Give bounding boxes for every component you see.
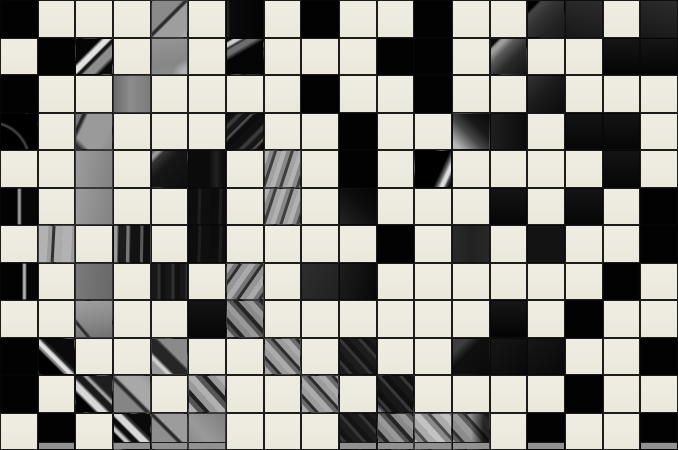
revealed-photo-cell-r11-c3 bbox=[113, 413, 151, 450]
covered-tile-r10-c11[interactable] bbox=[414, 375, 452, 413]
covered-tile-r7-c10[interactable] bbox=[377, 263, 415, 301]
covered-tile-r2-c5[interactable] bbox=[188, 75, 226, 113]
covered-tile-r5-c4[interactable] bbox=[151, 188, 189, 226]
revealed-photo-cell-r10-c0 bbox=[0, 375, 38, 413]
covered-tile-r11-c2[interactable] bbox=[75, 413, 113, 450]
revealed-photo-cell-r4-c4 bbox=[151, 150, 189, 188]
revealed-photo-cell-r10-c8 bbox=[301, 375, 339, 413]
revealed-photo-cell-r5-c0 bbox=[0, 188, 38, 226]
revealed-photo-cell-r1-c1 bbox=[38, 38, 76, 76]
revealed-photo-cell-r3-c13 bbox=[490, 113, 528, 151]
covered-tile-r9-c11[interactable] bbox=[414, 338, 452, 376]
covered-tile-r9-c2[interactable] bbox=[75, 338, 113, 376]
covered-tile-r0-c10[interactable] bbox=[377, 0, 415, 38]
revealed-photo-cell-r11-c9 bbox=[339, 413, 377, 450]
revealed-photo-cell-r9-c0 bbox=[0, 338, 38, 376]
revealed-photo-cell-r5-c13 bbox=[490, 188, 528, 226]
revealed-photo-cell-r10-c2 bbox=[75, 375, 113, 413]
covered-tile-r0-c7[interactable] bbox=[264, 0, 302, 38]
puzzle-stage bbox=[0, 0, 678, 450]
covered-tile-r11-c15[interactable] bbox=[565, 413, 603, 450]
revealed-photo-cell-r3-c6 bbox=[226, 113, 264, 151]
covered-tile-r10-c13[interactable] bbox=[490, 375, 528, 413]
revealed-photo-cell-r10-c3 bbox=[113, 375, 151, 413]
covered-tile-r4-c17[interactable] bbox=[640, 150, 678, 188]
covered-tile-r3-c17[interactable] bbox=[640, 113, 678, 151]
covered-tile-r6-c16[interactable] bbox=[603, 225, 641, 263]
revealed-photo-cell-r7-c8 bbox=[301, 263, 339, 301]
covered-tile-r2-c16[interactable] bbox=[603, 75, 641, 113]
covered-tile-r8-c12[interactable] bbox=[452, 300, 490, 338]
covered-tile-r0-c5[interactable] bbox=[188, 0, 226, 38]
covered-tile-r7-c12[interactable] bbox=[452, 263, 490, 301]
covered-tile-r3-c1[interactable] bbox=[38, 113, 76, 151]
covered-tile-r3-c8[interactable] bbox=[301, 113, 339, 151]
revealed-photo-cell-r6-c17 bbox=[640, 225, 678, 263]
revealed-photo-cell-r6-c5 bbox=[188, 225, 226, 263]
revealed-photo-cell-r5-c2 bbox=[75, 188, 113, 226]
revealed-photo-cell-r11-c12 bbox=[452, 413, 490, 450]
revealed-photo-cell-r5-c15 bbox=[565, 188, 603, 226]
covered-tile-r9-c10[interactable] bbox=[377, 338, 415, 376]
revealed-photo-cell-r0-c8 bbox=[301, 0, 339, 38]
revealed-photo-cell-r6-c10 bbox=[377, 225, 415, 263]
covered-tile-r6-c4[interactable] bbox=[151, 225, 189, 263]
revealed-photo-cell-r2-c3 bbox=[113, 75, 151, 113]
covered-tile-r10-c16[interactable] bbox=[603, 375, 641, 413]
covered-tile-r8-c9[interactable] bbox=[339, 300, 377, 338]
covered-tile-r6-c8[interactable] bbox=[301, 225, 339, 263]
revealed-photo-cell-r11-c17 bbox=[640, 413, 678, 450]
revealed-photo-cell-r8-c6 bbox=[226, 300, 264, 338]
covered-tile-r6-c13[interactable] bbox=[490, 225, 528, 263]
covered-tile-r5-c6[interactable] bbox=[226, 188, 264, 226]
board-grid bbox=[0, 0, 678, 450]
covered-tile-r9-c8[interactable] bbox=[301, 338, 339, 376]
covered-tile-r8-c3[interactable] bbox=[113, 300, 151, 338]
revealed-photo-cell-r1-c17 bbox=[640, 38, 678, 76]
covered-tile-r4-c1[interactable] bbox=[38, 150, 76, 188]
covered-tile-r2-c2[interactable] bbox=[75, 75, 113, 113]
covered-tile-r8-c10[interactable] bbox=[377, 300, 415, 338]
revealed-photo-cell-r9-c12 bbox=[452, 338, 490, 376]
covered-tile-r10-c1[interactable] bbox=[38, 375, 76, 413]
covered-tile-r1-c3[interactable] bbox=[113, 38, 151, 76]
covered-tile-r5-c3[interactable] bbox=[113, 188, 151, 226]
revealed-photo-cell-r11-c11 bbox=[414, 413, 452, 450]
covered-tile-r11-c6[interactable] bbox=[226, 413, 264, 450]
covered-tile-r8-c8[interactable] bbox=[301, 300, 339, 338]
revealed-photo-cell-r6-c14 bbox=[527, 225, 565, 263]
covered-tile-r8-c14[interactable] bbox=[527, 300, 565, 338]
revealed-photo-cell-r1-c6 bbox=[226, 38, 264, 76]
covered-tile-r2-c13[interactable] bbox=[490, 75, 528, 113]
covered-tile-r8-c17[interactable] bbox=[640, 300, 678, 338]
covered-tile-r1-c5[interactable] bbox=[188, 38, 226, 76]
covered-tile-r3-c5[interactable] bbox=[188, 113, 226, 151]
covered-tile-r0-c2[interactable] bbox=[75, 0, 113, 38]
covered-tile-r0-c16[interactable] bbox=[603, 0, 641, 38]
covered-tile-r2-c12[interactable] bbox=[452, 75, 490, 113]
revealed-photo-cell-r3-c2 bbox=[75, 113, 113, 151]
revealed-photo-cell-r4-c5 bbox=[188, 150, 226, 188]
revealed-photo-cell-r2-c8 bbox=[301, 75, 339, 113]
covered-tile-r5-c1[interactable] bbox=[38, 188, 76, 226]
covered-tile-r10-c12[interactable] bbox=[452, 375, 490, 413]
covered-tile-r11-c16[interactable] bbox=[603, 413, 641, 450]
covered-tile-r7-c1[interactable] bbox=[38, 263, 76, 301]
covered-tile-r10-c6[interactable] bbox=[226, 375, 264, 413]
covered-tile-r5-c8[interactable] bbox=[301, 188, 339, 226]
revealed-photo-cell-r7-c2 bbox=[75, 263, 113, 301]
covered-tile-r4-c3[interactable] bbox=[113, 150, 151, 188]
revealed-photo-cell-r4-c9 bbox=[339, 150, 377, 188]
revealed-photo-cell-r9-c9 bbox=[339, 338, 377, 376]
revealed-photo-cell-r9-c1 bbox=[38, 338, 76, 376]
covered-tile-r2-c15[interactable] bbox=[565, 75, 603, 113]
covered-tile-r2-c9[interactable] bbox=[339, 75, 377, 113]
covered-tile-r7-c7[interactable] bbox=[264, 263, 302, 301]
revealed-photo-cell-r11-c10 bbox=[377, 413, 415, 450]
covered-tile-r5-c10[interactable] bbox=[377, 188, 415, 226]
revealed-photo-cell-r4-c7 bbox=[264, 150, 302, 188]
covered-tile-r4-c14[interactable] bbox=[527, 150, 565, 188]
revealed-photo-cell-r1-c16 bbox=[603, 38, 641, 76]
covered-tile-r3-c14[interactable] bbox=[527, 113, 565, 151]
covered-tile-r0-c12[interactable] bbox=[452, 0, 490, 38]
covered-tile-r5-c14[interactable] bbox=[527, 188, 565, 226]
covered-tile-r2-c4[interactable] bbox=[151, 75, 189, 113]
revealed-photo-cell-r0-c15 bbox=[565, 0, 603, 38]
revealed-photo-cell-r9-c7 bbox=[264, 338, 302, 376]
revealed-photo-cell-r7-c0 bbox=[0, 263, 38, 301]
covered-tile-r7-c5[interactable] bbox=[188, 263, 226, 301]
covered-tile-r6-c15[interactable] bbox=[565, 225, 603, 263]
revealed-photo-cell-r9-c4 bbox=[151, 338, 189, 376]
covered-tile-r0-c1[interactable] bbox=[38, 0, 76, 38]
covered-tile-r7-c3[interactable] bbox=[113, 263, 151, 301]
revealed-photo-cell-r10-c10 bbox=[377, 375, 415, 413]
covered-tile-r10-c9[interactable] bbox=[339, 375, 377, 413]
revealed-photo-cell-r6-c1 bbox=[38, 225, 76, 263]
covered-tile-r5-c11[interactable] bbox=[414, 188, 452, 226]
covered-tile-r7-c14[interactable] bbox=[527, 263, 565, 301]
covered-tile-r4-c12[interactable] bbox=[452, 150, 490, 188]
revealed-photo-cell-r7-c4 bbox=[151, 263, 189, 301]
covered-tile-r1-c7[interactable] bbox=[264, 38, 302, 76]
revealed-photo-cell-r5-c9 bbox=[339, 188, 377, 226]
covered-tile-r6-c9[interactable] bbox=[339, 225, 377, 263]
covered-tile-r3-c3[interactable] bbox=[113, 113, 151, 151]
covered-tile-r1-c8[interactable] bbox=[301, 38, 339, 76]
revealed-photo-cell-r10-c5 bbox=[188, 375, 226, 413]
covered-tile-r2-c17[interactable] bbox=[640, 75, 678, 113]
covered-tile-r11-c8[interactable] bbox=[301, 413, 339, 450]
covered-tile-r7-c11[interactable] bbox=[414, 263, 452, 301]
covered-tile-r7-c13[interactable] bbox=[490, 263, 528, 301]
revealed-photo-cell-r0-c0 bbox=[0, 0, 38, 38]
covered-tile-r8-c4[interactable] bbox=[151, 300, 189, 338]
covered-tile-r8-c16[interactable] bbox=[603, 300, 641, 338]
covered-tile-r11-c7[interactable] bbox=[264, 413, 302, 450]
revealed-photo-cell-r1-c13 bbox=[490, 38, 528, 76]
covered-tile-r10-c17[interactable] bbox=[640, 375, 678, 413]
revealed-photo-cell-r5-c17 bbox=[640, 188, 678, 226]
covered-tile-r5-c16[interactable] bbox=[603, 188, 641, 226]
covered-tile-r5-c12[interactable] bbox=[452, 188, 490, 226]
covered-tile-r6-c0[interactable] bbox=[0, 225, 38, 263]
revealed-photo-cell-r5-c5 bbox=[188, 188, 226, 226]
revealed-photo-cell-r3-c0 bbox=[0, 113, 38, 151]
covered-tile-r1-c0[interactable] bbox=[0, 38, 38, 76]
covered-tile-r1-c15[interactable] bbox=[565, 38, 603, 76]
revealed-photo-cell-r11-c5 bbox=[188, 413, 226, 450]
covered-tile-r7-c15[interactable] bbox=[565, 263, 603, 301]
covered-tile-r3-c7[interactable] bbox=[264, 113, 302, 151]
covered-tile-r1-c14[interactable] bbox=[527, 38, 565, 76]
revealed-photo-cell-r9-c17 bbox=[640, 338, 678, 376]
covered-tile-r2-c6[interactable] bbox=[226, 75, 264, 113]
covered-tile-r4-c0[interactable] bbox=[0, 150, 38, 188]
covered-tile-r9-c3[interactable] bbox=[113, 338, 151, 376]
covered-tile-r11-c0[interactable] bbox=[0, 413, 38, 450]
revealed-photo-cell-r2-c14 bbox=[527, 75, 565, 113]
covered-tile-r10-c7[interactable] bbox=[264, 375, 302, 413]
revealed-photo-cell-r8-c13 bbox=[490, 300, 528, 338]
covered-tile-r4-c15[interactable] bbox=[565, 150, 603, 188]
revealed-photo-cell-r1-c10 bbox=[377, 38, 415, 76]
covered-tile-r0-c13[interactable] bbox=[490, 0, 528, 38]
revealed-photo-cell-r4-c2 bbox=[75, 150, 113, 188]
revealed-photo-cell-r3-c12 bbox=[452, 113, 490, 151]
revealed-photo-cell-r10-c15 bbox=[565, 375, 603, 413]
revealed-photo-cell-r1-c4 bbox=[151, 38, 189, 76]
revealed-photo-cell-r2-c11 bbox=[414, 75, 452, 113]
covered-tile-r2-c7[interactable] bbox=[264, 75, 302, 113]
revealed-photo-cell-r7-c6 bbox=[226, 263, 264, 301]
revealed-photo-cell-r5-c7 bbox=[264, 188, 302, 226]
covered-tile-r2-c10[interactable] bbox=[377, 75, 415, 113]
revealed-photo-cell-r4-c11 bbox=[414, 150, 452, 188]
covered-tile-r11-c13[interactable] bbox=[490, 413, 528, 450]
covered-tile-r0-c3[interactable] bbox=[113, 0, 151, 38]
covered-tile-r4-c6[interactable] bbox=[226, 150, 264, 188]
revealed-photo-cell-r7-c9 bbox=[339, 263, 377, 301]
revealed-photo-cell-r4-c16 bbox=[603, 150, 641, 188]
covered-tile-r4-c8[interactable] bbox=[301, 150, 339, 188]
revealed-photo-cell-r11-c4 bbox=[151, 413, 189, 450]
covered-tile-r9-c5[interactable] bbox=[188, 338, 226, 376]
revealed-photo-cell-r8-c5 bbox=[188, 300, 226, 338]
covered-tile-r8-c11[interactable] bbox=[414, 300, 452, 338]
revealed-photo-cell-r6-c3 bbox=[113, 225, 151, 263]
revealed-photo-cell-r0-c4 bbox=[151, 0, 189, 38]
covered-tile-r10-c4[interactable] bbox=[151, 375, 189, 413]
covered-tile-r10-c14[interactable] bbox=[527, 375, 565, 413]
revealed-photo-cell-r7-c16 bbox=[603, 263, 641, 301]
covered-tile-r1-c12[interactable] bbox=[452, 38, 490, 76]
covered-tile-r6-c2[interactable] bbox=[75, 225, 113, 263]
revealed-photo-cell-r9-c13 bbox=[490, 338, 528, 376]
covered-tile-r3-c4[interactable] bbox=[151, 113, 189, 151]
covered-tile-r9-c15[interactable] bbox=[565, 338, 603, 376]
revealed-photo-cell-r0-c17 bbox=[640, 0, 678, 38]
covered-tile-r8-c0[interactable] bbox=[0, 300, 38, 338]
covered-tile-r6-c6[interactable] bbox=[226, 225, 264, 263]
covered-tile-r0-c9[interactable] bbox=[339, 0, 377, 38]
revealed-photo-cell-r6-c12 bbox=[452, 225, 490, 263]
covered-tile-r2-c1[interactable] bbox=[38, 75, 76, 113]
covered-tile-r9-c16[interactable] bbox=[603, 338, 641, 376]
revealed-photo-cell-r1-c2 bbox=[75, 38, 113, 76]
covered-tile-r8-c1[interactable] bbox=[38, 300, 76, 338]
revealed-photo-cell-r3-c9 bbox=[339, 113, 377, 151]
covered-tile-r4-c13[interactable] bbox=[490, 150, 528, 188]
covered-tile-r9-c6[interactable] bbox=[226, 338, 264, 376]
revealed-photo-cell-r0-c14 bbox=[527, 0, 565, 38]
covered-tile-r7-c17[interactable] bbox=[640, 263, 678, 301]
covered-tile-r6-c7[interactable] bbox=[264, 225, 302, 263]
revealed-photo-cell-r11-c14 bbox=[527, 413, 565, 450]
revealed-photo-cell-r3-c15 bbox=[565, 113, 603, 151]
revealed-photo-cell-r9-c14 bbox=[527, 338, 565, 376]
covered-tile-r4-c10[interactable] bbox=[377, 150, 415, 188]
revealed-photo-cell-r2-c0 bbox=[0, 75, 38, 113]
covered-tile-r6-c11[interactable] bbox=[414, 225, 452, 263]
covered-tile-r3-c11[interactable] bbox=[414, 113, 452, 151]
revealed-photo-cell-r11-c1 bbox=[38, 413, 76, 450]
revealed-photo-cell-r8-c2 bbox=[75, 300, 113, 338]
revealed-photo-cell-r0-c11 bbox=[414, 0, 452, 38]
covered-tile-r8-c7[interactable] bbox=[264, 300, 302, 338]
covered-tile-r3-c10[interactable] bbox=[377, 113, 415, 151]
revealed-photo-cell-r0-c6 bbox=[226, 0, 264, 38]
revealed-photo-cell-r1-c11 bbox=[414, 38, 452, 76]
covered-tile-r1-c9[interactable] bbox=[339, 38, 377, 76]
revealed-photo-cell-r3-c16 bbox=[603, 113, 641, 151]
revealed-photo-cell-r8-c15 bbox=[565, 300, 603, 338]
